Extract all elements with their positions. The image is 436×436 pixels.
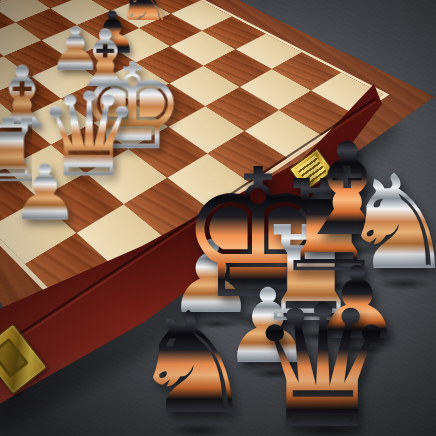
black-queen-off-board: ♛ — [247, 282, 399, 436]
black-knight-off-board: ♞ — [130, 294, 256, 434]
chess-set-photo-scene: ♟♟♟♞♜♟♝♝♜♟♛♚ ♟♚♟♜♜♝♞♟♞♛ — [0, 0, 436, 436]
